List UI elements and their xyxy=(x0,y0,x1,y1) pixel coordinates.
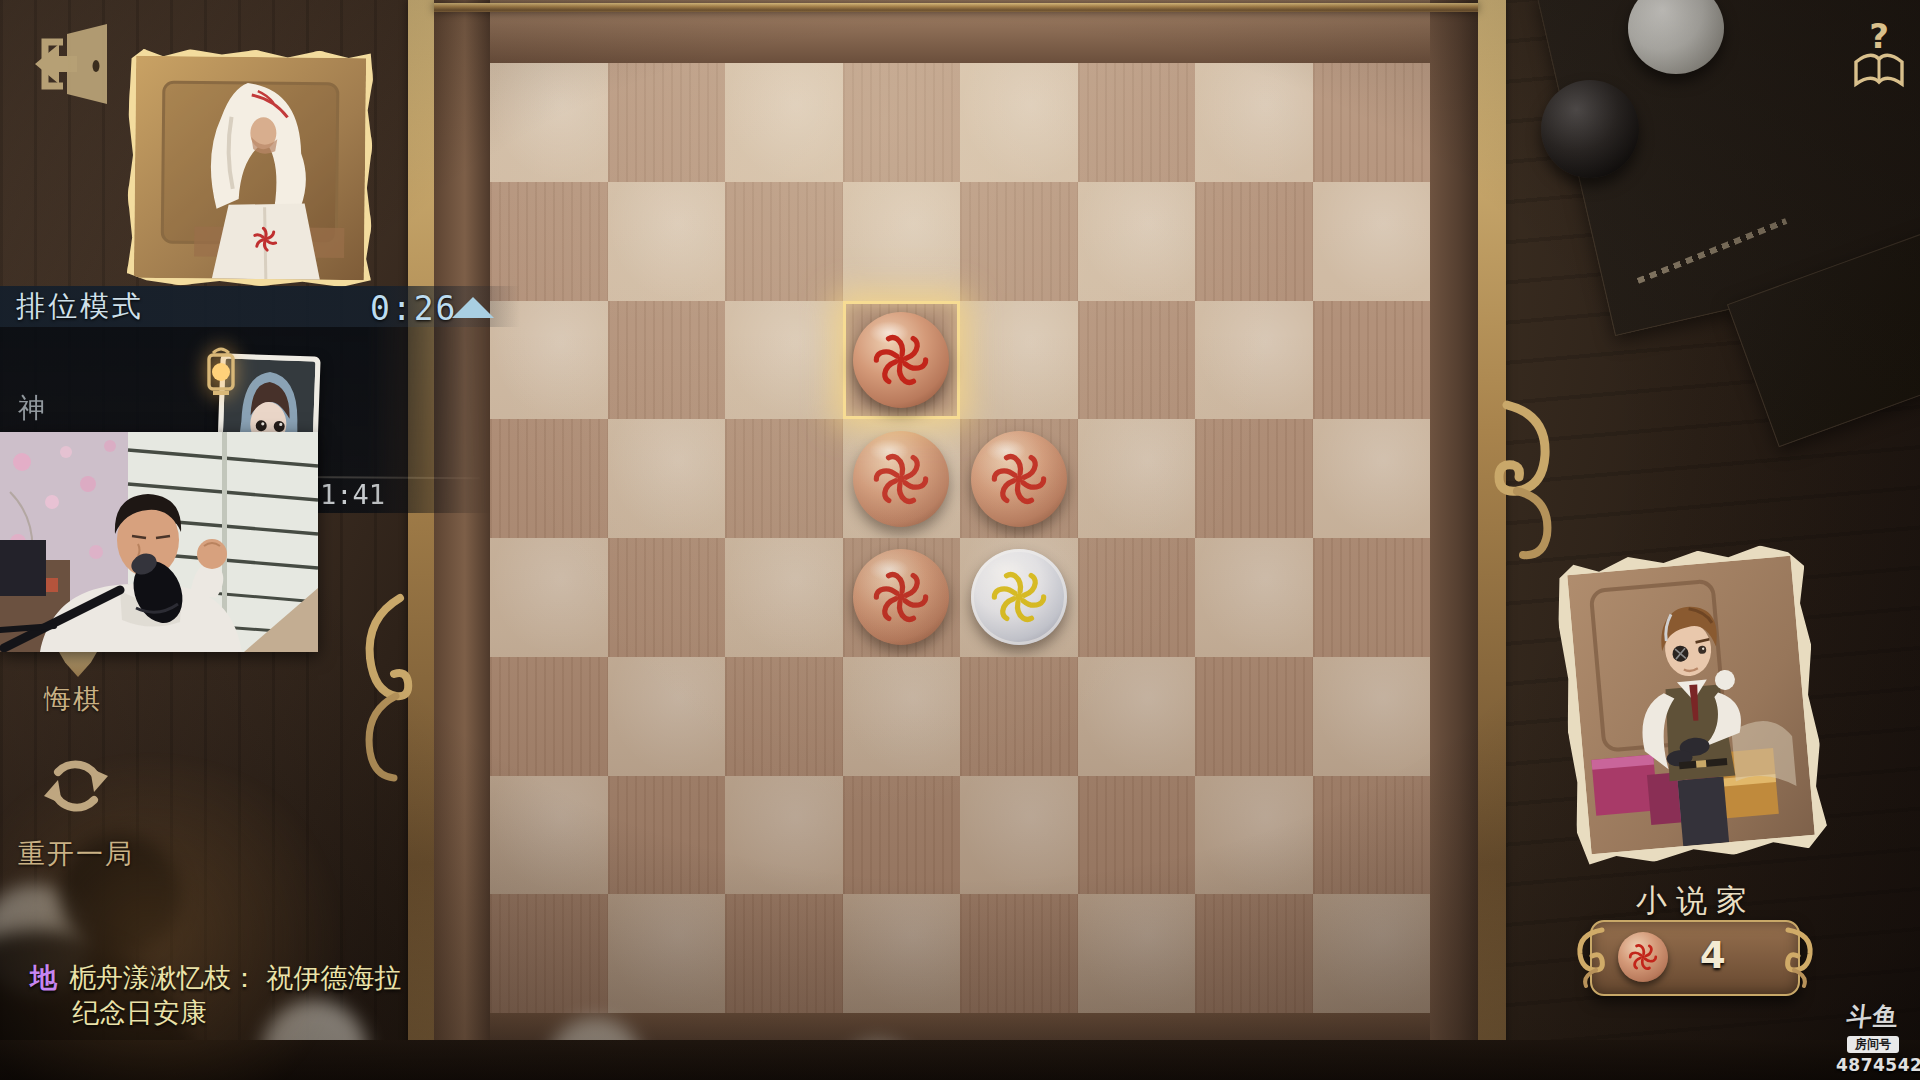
board-cell-r3c7[interactable] xyxy=(1313,419,1431,538)
board-cell-r5c5[interactable] xyxy=(1078,657,1196,776)
board-cell-r5c2[interactable] xyxy=(725,657,843,776)
board-cell-r3c3[interactable] xyxy=(843,419,961,538)
tray-red-disc xyxy=(1618,932,1668,982)
frame-scroll-ornament-left xyxy=(350,588,414,788)
board-cell-r2c4[interactable] xyxy=(960,301,1078,420)
board-cell-r7c3[interactable] xyxy=(843,894,961,1013)
board-cell-r0c1[interactable] xyxy=(608,63,726,182)
board-frame-left xyxy=(434,0,490,1080)
reversi-board xyxy=(490,63,1430,1013)
board-cell-r1c3[interactable] xyxy=(843,182,961,301)
board-cell-r1c4[interactable] xyxy=(960,182,1078,301)
board-cell-r6c6[interactable] xyxy=(1195,776,1313,895)
red-disc-piece xyxy=(853,549,949,645)
tray-scroll-right xyxy=(1784,926,1818,988)
board-cell-r6c0[interactable] xyxy=(490,776,608,895)
board-cell-r0c7[interactable] xyxy=(1313,63,1431,182)
red-disc-piece xyxy=(971,431,1067,527)
board-cell-r7c7[interactable] xyxy=(1313,894,1431,1013)
player-character-card xyxy=(127,49,373,288)
board-cell-r2c6[interactable] xyxy=(1195,301,1313,420)
douyu-room-number: 4874542 xyxy=(1836,1055,1910,1075)
frame-gold-trim-left xyxy=(408,0,434,1080)
back-exit-button[interactable] xyxy=(33,20,117,108)
board-cell-r7c6[interactable] xyxy=(1195,894,1313,1013)
priestess-portrait xyxy=(134,56,366,280)
restart-button[interactable]: 重开一局 xyxy=(18,836,134,872)
board-cell-r4c6[interactable] xyxy=(1195,538,1313,657)
board-cell-r6c1[interactable] xyxy=(608,776,726,895)
frame-gold-trim-top xyxy=(434,3,1478,12)
board-cell-r2c3[interactable] xyxy=(843,301,961,420)
board-cell-r1c2[interactable] xyxy=(725,182,843,301)
board-cell-r3c0[interactable] xyxy=(490,419,608,538)
douyu-watermark: 斗鱼 房间号 4874542 xyxy=(1836,1000,1910,1075)
board-cell-r0c2[interactable] xyxy=(725,63,843,182)
chat-channel-tag: 地 xyxy=(30,962,57,993)
board-cell-r0c4[interactable] xyxy=(960,63,1078,182)
glass-disc-piece xyxy=(971,549,1067,645)
board-cell-r0c0[interactable] xyxy=(490,63,608,182)
board-cell-r4c4[interactable] xyxy=(960,538,1078,657)
board-cell-r2c2[interactable] xyxy=(725,301,843,420)
board-cell-r1c1[interactable] xyxy=(608,182,726,301)
board-cell-r5c6[interactable] xyxy=(1195,657,1313,776)
board-cell-r1c0[interactable] xyxy=(490,182,608,301)
restart-icon[interactable] xyxy=(38,748,114,824)
board-cell-r3c1[interactable] xyxy=(608,419,726,538)
opponent-character-card xyxy=(1553,542,1829,869)
board-cell-r6c3[interactable] xyxy=(843,776,961,895)
board-cell-r3c4[interactable] xyxy=(960,419,1078,538)
board-cell-r4c3[interactable] xyxy=(843,538,961,657)
opponent-timer: 1:41 xyxy=(320,479,385,510)
board-cell-r1c5[interactable] xyxy=(1078,182,1196,301)
collapse-triangle-button[interactable] xyxy=(452,297,494,318)
piece-count-tray: 4 xyxy=(1590,920,1800,996)
board-cell-r7c0[interactable] xyxy=(490,894,608,1013)
board-cell-r0c6[interactable] xyxy=(1195,63,1313,182)
undo-button[interactable]: 悔棋 xyxy=(44,681,102,717)
board-cell-r5c1[interactable] xyxy=(608,657,726,776)
board-cell-r4c1[interactable] xyxy=(608,538,726,657)
chat-line1: 栀舟漾湫忆枝： 祝伊德海拉 xyxy=(69,962,402,993)
board-cell-r6c4[interactable] xyxy=(960,776,1078,895)
chat-line2: 纪念日安康 xyxy=(72,997,207,1028)
red-disc-piece xyxy=(853,431,949,527)
mode-bar: 排位模式 0:26 xyxy=(0,286,520,327)
board-cell-r3c5[interactable] xyxy=(1078,419,1196,538)
board-cell-r4c5[interactable] xyxy=(1078,538,1196,657)
board-cell-r6c2[interactable] xyxy=(725,776,843,895)
board-cell-r6c5[interactable] xyxy=(1078,776,1196,895)
board-cell-r0c5[interactable] xyxy=(1078,63,1196,182)
board-cell-r2c7[interactable] xyxy=(1313,301,1431,420)
frame-scroll-ornament-right xyxy=(1487,395,1583,565)
chat-message: 地栀舟漾湫忆枝： 祝伊德海拉 纪念日安康 xyxy=(30,960,402,1030)
player-timer: 0:26 xyxy=(370,289,457,328)
board-cell-r7c5[interactable] xyxy=(1078,894,1196,1013)
board-cell-r4c2[interactable] xyxy=(725,538,843,657)
opponent-character-name: 小说家 xyxy=(1636,880,1756,922)
tray-count: 4 xyxy=(1700,934,1726,977)
douyu-logo: 斗鱼 xyxy=(1834,1000,1911,1033)
board-cell-r6c7[interactable] xyxy=(1313,776,1431,895)
svg-text:?: ? xyxy=(1869,18,1889,56)
board-cell-r3c2[interactable] xyxy=(725,419,843,538)
board-cell-r2c1[interactable] xyxy=(608,301,726,420)
board-frame-right xyxy=(1430,0,1478,1080)
opponent-name: 神 xyxy=(18,390,45,426)
board-cell-r7c4[interactable] xyxy=(960,894,1078,1013)
help-book-icon[interactable]: ? xyxy=(1848,18,1910,94)
board-cell-r5c7[interactable] xyxy=(1313,657,1431,776)
streamer-webcam xyxy=(0,432,318,652)
red-disc-piece xyxy=(853,312,949,408)
douyu-room-label: 房间号 xyxy=(1847,1036,1899,1053)
board-cell-r2c5[interactable] xyxy=(1078,301,1196,420)
board-cell-r1c6[interactable] xyxy=(1195,182,1313,301)
game-screen: 排位模式 0:26 神 1:41 xyxy=(0,0,1920,1080)
board-cell-r7c2[interactable] xyxy=(725,894,843,1013)
tray-scroll-left xyxy=(1572,926,1606,988)
novelist-portrait xyxy=(1567,556,1815,854)
black-go-stone-decor xyxy=(1541,80,1639,178)
board-cell-r4c0[interactable] xyxy=(490,538,608,657)
board-cell-r4c7[interactable] xyxy=(1313,538,1431,657)
mode-label: 排位模式 xyxy=(16,287,144,327)
board-cell-r1c7[interactable] xyxy=(1313,182,1431,301)
board-cell-r0c3[interactable] xyxy=(843,63,961,182)
board-cell-r5c3[interactable] xyxy=(843,657,961,776)
board-cell-r5c0[interactable] xyxy=(490,657,608,776)
board-cell-r5c4[interactable] xyxy=(960,657,1078,776)
lantern-icon xyxy=(200,345,242,399)
board-cell-r3c6[interactable] xyxy=(1195,419,1313,538)
board-cell-r7c1[interactable] xyxy=(608,894,726,1013)
